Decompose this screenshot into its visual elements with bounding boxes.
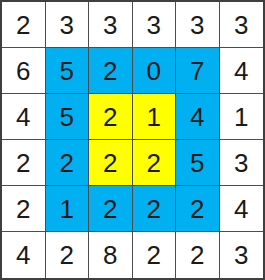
grid-cell-r2c4[interactable]: 0 xyxy=(133,48,177,94)
grid-cell-r3c5[interactable]: 4 xyxy=(176,94,220,140)
grid-cell-r3c3[interactable]: 2 xyxy=(89,94,133,140)
grid-cell-r2c5[interactable]: 7 xyxy=(176,48,220,94)
grid-cell-r1c3[interactable]: 3 xyxy=(89,2,133,48)
grid-cell-r2c2[interactable]: 5 xyxy=(46,48,90,94)
grid-cell-r6c2[interactable]: 2 xyxy=(46,232,90,278)
grid-cell-r3c1[interactable]: 4 xyxy=(2,94,46,140)
grid-cell-r2c1[interactable]: 6 xyxy=(2,48,46,94)
grid-cell-r1c4[interactable]: 3 xyxy=(133,2,177,48)
grid-cell-r6c1[interactable]: 4 xyxy=(2,232,46,278)
grid-cell-r3c2[interactable]: 5 xyxy=(46,94,90,140)
grid-cell-r1c2[interactable]: 3 xyxy=(46,2,90,48)
grid-cell-r5c3[interactable]: 2 xyxy=(89,186,133,232)
grid-cell-r4c1[interactable]: 2 xyxy=(2,140,46,186)
grid-cell-r1c5[interactable]: 3 xyxy=(176,2,220,48)
grid-cell-r6c3[interactable]: 8 xyxy=(89,232,133,278)
grid-cell-r6c6[interactable]: 3 xyxy=(220,232,264,278)
grid-cell-r3c6[interactable]: 1 xyxy=(220,94,264,140)
grid-cell-r3c4[interactable]: 1 xyxy=(133,94,177,140)
grid-cell-r6c5[interactable]: 2 xyxy=(176,232,220,278)
grid-cell-r4c2[interactable]: 2 xyxy=(46,140,90,186)
grid-cell-r2c6[interactable]: 4 xyxy=(220,48,264,94)
grid-cell-r4c3[interactable]: 2 xyxy=(89,140,133,186)
grid-cell-r6c4[interactable]: 2 xyxy=(133,232,177,278)
grid-cell-r4c6[interactable]: 3 xyxy=(220,140,264,186)
grid-cell-r4c4[interactable]: 2 xyxy=(133,140,177,186)
grid-cell-r2c3[interactable]: 2 xyxy=(89,48,133,94)
puzzle-grid: 233333652074452141222253212224428223 xyxy=(0,0,265,280)
grid-cell-r5c5[interactable]: 2 xyxy=(176,186,220,232)
grid-cell-r5c1[interactable]: 2 xyxy=(2,186,46,232)
grid-cell-r1c1[interactable]: 2 xyxy=(2,2,46,48)
grid-cell-r5c6[interactable]: 4 xyxy=(220,186,264,232)
grid-cell-r4c5[interactable]: 5 xyxy=(176,140,220,186)
grid-cell-r1c6[interactable]: 3 xyxy=(220,2,264,48)
grid-cell-r5c4[interactable]: 2 xyxy=(133,186,177,232)
grid-cell-r5c2[interactable]: 1 xyxy=(46,186,90,232)
